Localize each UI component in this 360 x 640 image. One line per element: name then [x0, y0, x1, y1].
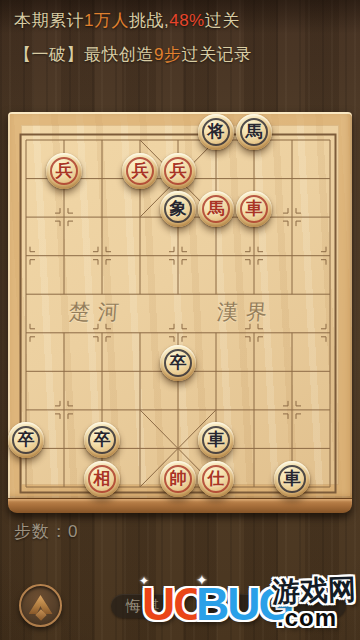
piece-red-兵[interactable]: 兵	[122, 153, 158, 189]
piece-black-馬[interactable]: 馬	[236, 114, 272, 150]
record-text: 【一破】最快创造9步过关记录	[14, 43, 251, 66]
text-segment: 过关记录	[181, 45, 251, 64]
piece-glyph: 帥	[170, 470, 187, 487]
piece-black-卒[interactable]: 卒	[84, 422, 120, 458]
piece-glyph: 兵	[132, 162, 149, 179]
piece-red-兵[interactable]: 兵	[46, 153, 82, 189]
piece-red-馬[interactable]: 馬	[198, 191, 234, 227]
app-screen: 本期累计1万人挑战,48%过关 【一破】最快创造9步过关记录	[0, 0, 360, 640]
sparkle-icon: ✦	[196, 572, 208, 588]
piece-red-相[interactable]: 相	[84, 461, 120, 497]
piece-black-車[interactable]: 車	[198, 422, 234, 458]
step-counter-value: 0	[68, 522, 78, 541]
expand-menu-button[interactable]	[19, 584, 62, 627]
piece-red-帥[interactable]: 帥	[160, 461, 196, 497]
piece-black-車[interactable]: 車	[274, 461, 310, 497]
piece-glyph: 卒	[94, 431, 111, 448]
text-segment: 48%	[169, 11, 205, 30]
step-counter-label: 步数：	[14, 522, 68, 541]
piece-red-兵[interactable]: 兵	[160, 153, 196, 189]
sparkle-icon: ✦	[139, 574, 149, 588]
piece-glyph: 相	[94, 470, 111, 487]
text-segment: 1万人	[84, 11, 129, 30]
piece-black-将[interactable]: 将	[198, 114, 234, 150]
piece-red-仕[interactable]: 仕	[198, 461, 234, 497]
pieces-layer: 将馬兵兵兵象馬車卒卒卒車相帥仕車	[8, 112, 352, 498]
text-segment: 挑战,	[129, 11, 169, 30]
piece-glyph: 卒	[170, 354, 187, 371]
action-button-2[interactable]	[196, 594, 262, 618]
piece-black-卒[interactable]: 卒	[8, 422, 44, 458]
piece-glyph: 馬	[208, 200, 225, 217]
action-button-3[interactable]	[272, 594, 346, 618]
piece-red-車[interactable]: 車	[236, 191, 272, 227]
text-segment: 【一破】最快创造	[14, 45, 154, 64]
text-segment: 本期累计	[14, 11, 84, 30]
piece-glyph: 卒	[18, 431, 35, 448]
piece-black-象[interactable]: 象	[160, 191, 196, 227]
piece-glyph: 馬	[246, 123, 263, 140]
step-counter: 步数：0	[14, 520, 78, 543]
challenge-stats-text: 本期累计1万人挑战,48%过关	[14, 9, 240, 32]
piece-glyph: 兵	[170, 162, 187, 179]
piece-glyph: 仕	[208, 470, 225, 487]
piece-glyph: 車	[208, 431, 225, 448]
piece-glyph: 兵	[56, 162, 73, 179]
undo-move-button[interactable]: 悔棋	[111, 594, 177, 618]
xiangqi-board[interactable]: 楚河 漢界 将馬兵兵兵象馬車卒卒卒車相帥仕車	[8, 112, 352, 512]
text-segment: 过关	[205, 11, 240, 30]
piece-black-卒[interactable]: 卒	[160, 345, 196, 381]
piece-glyph: 将	[208, 123, 225, 140]
piece-glyph: 車	[246, 200, 263, 217]
text-segment: 9步	[154, 45, 181, 64]
board-front-edge	[8, 498, 352, 513]
piece-glyph: 車	[284, 470, 301, 487]
piece-glyph: 象	[170, 200, 187, 217]
